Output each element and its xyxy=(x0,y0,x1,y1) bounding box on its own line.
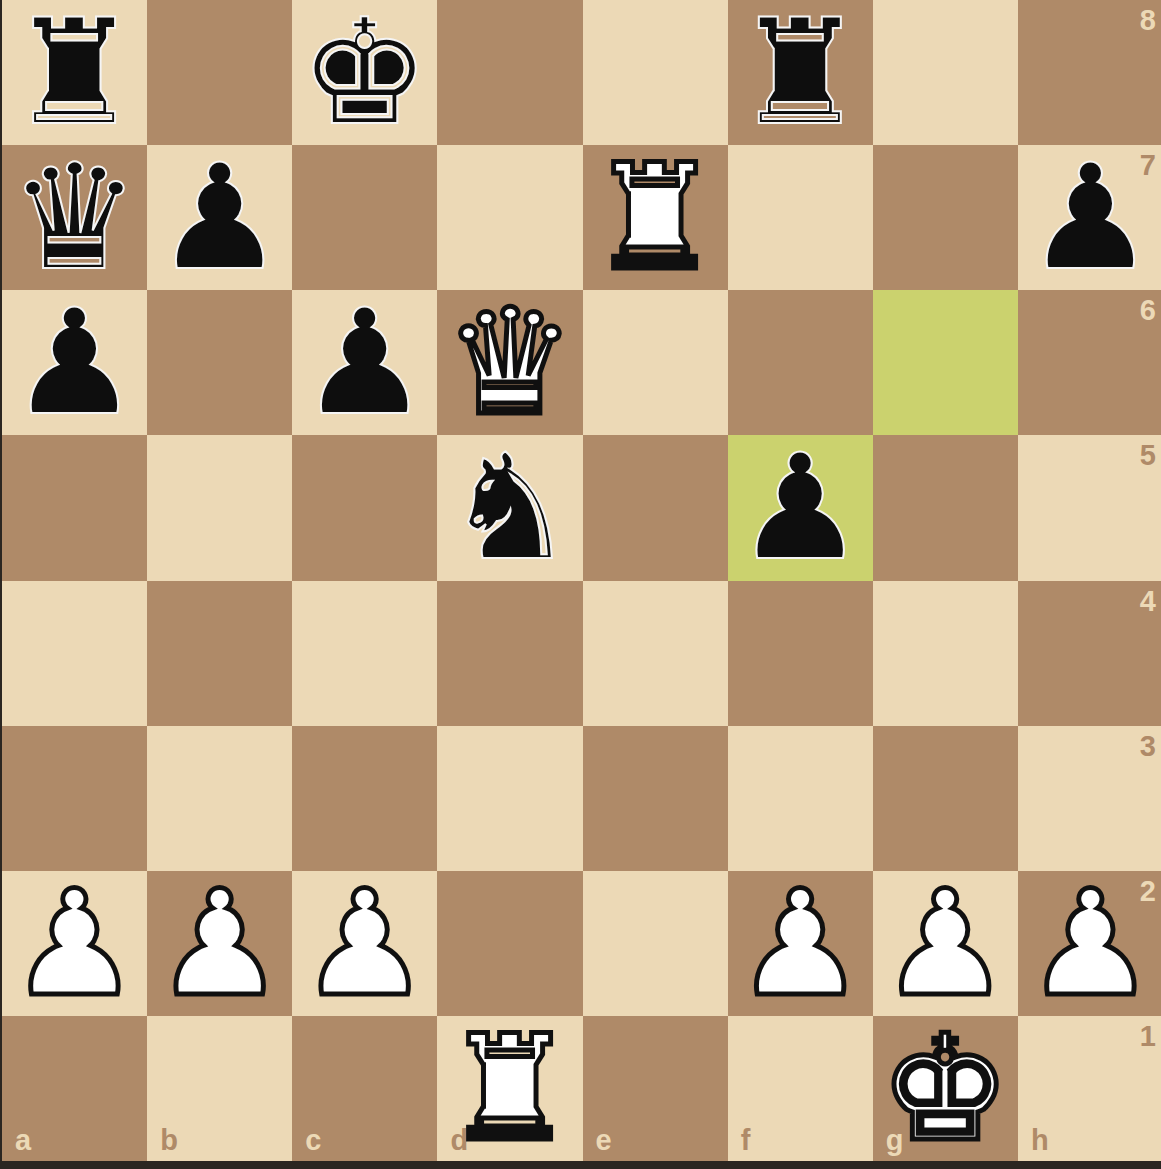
square-c1[interactable]: c xyxy=(292,1016,437,1161)
square-g6[interactable] xyxy=(873,290,1018,435)
rank-label-5: 5 xyxy=(1140,441,1156,470)
rank-label-4: 4 xyxy=(1140,587,1156,616)
black-king[interactable]: ♚ xyxy=(299,0,430,145)
square-b8[interactable] xyxy=(147,0,292,145)
square-f1[interactable]: f xyxy=(728,1016,873,1161)
square-f5[interactable]: ♟ xyxy=(728,435,873,580)
square-e4[interactable] xyxy=(583,581,728,726)
square-e1[interactable]: e xyxy=(583,1016,728,1161)
page-left-edge xyxy=(0,0,2,1169)
black-queen[interactable]: ♛ xyxy=(9,145,140,290)
square-e5[interactable] xyxy=(583,435,728,580)
square-d7[interactable] xyxy=(437,145,582,290)
square-d2[interactable] xyxy=(437,871,582,1016)
square-c6[interactable]: ♟ xyxy=(292,290,437,435)
square-f7[interactable] xyxy=(728,145,873,290)
white-pawn[interactable]: ♟ xyxy=(880,871,1011,1016)
square-c8[interactable]: ♚ xyxy=(292,0,437,145)
square-h6[interactable]: 6 xyxy=(1018,290,1161,435)
square-b1[interactable]: b xyxy=(147,1016,292,1161)
square-c3[interactable] xyxy=(292,726,437,871)
black-pawn[interactable]: ♟ xyxy=(9,290,140,435)
square-g7[interactable] xyxy=(873,145,1018,290)
square-h8[interactable]: 8 xyxy=(1018,0,1161,145)
white-rook[interactable]: ♜ xyxy=(590,145,721,290)
file-label-f: f xyxy=(741,1126,751,1155)
black-rook[interactable]: ♜ xyxy=(735,0,866,145)
square-d4[interactable] xyxy=(437,581,582,726)
file-label-a: a xyxy=(15,1126,31,1155)
square-g4[interactable] xyxy=(873,581,1018,726)
rank-label-8: 8 xyxy=(1140,6,1156,35)
square-c7[interactable] xyxy=(292,145,437,290)
rank-label-3: 3 xyxy=(1140,732,1156,761)
white-pawn[interactable]: ♟ xyxy=(154,871,285,1016)
black-rook[interactable]: ♜ xyxy=(9,0,140,145)
square-a5[interactable] xyxy=(2,435,147,580)
black-pawn[interactable]: ♟ xyxy=(154,145,285,290)
square-e7[interactable]: ♜ xyxy=(583,145,728,290)
square-a7[interactable]: ♛ xyxy=(2,145,147,290)
white-rook[interactable]: ♜ xyxy=(444,1016,575,1161)
white-queen[interactable]: ♛ xyxy=(444,290,575,435)
square-d6[interactable]: ♛ xyxy=(437,290,582,435)
square-b4[interactable] xyxy=(147,581,292,726)
square-a2[interactable]: ♟ xyxy=(2,871,147,1016)
square-d3[interactable] xyxy=(437,726,582,871)
square-d1[interactable]: ♜d xyxy=(437,1016,582,1161)
square-f2[interactable]: ♟ xyxy=(728,871,873,1016)
square-h2[interactable]: ♟2 xyxy=(1018,871,1161,1016)
white-pawn[interactable]: ♟ xyxy=(735,871,866,1016)
square-c2[interactable]: ♟ xyxy=(292,871,437,1016)
square-f4[interactable] xyxy=(728,581,873,726)
chess-board: ♜♚♜8♛♟♜♟7♟♟♛6♞♟543♟♟♟♟♟♟2abc♜def♚g1h xyxy=(2,0,1161,1161)
square-e3[interactable] xyxy=(583,726,728,871)
black-pawn[interactable]: ♟ xyxy=(1025,145,1156,290)
square-b5[interactable] xyxy=(147,435,292,580)
square-h4[interactable]: 4 xyxy=(1018,581,1161,726)
white-pawn[interactable]: ♟ xyxy=(299,871,430,1016)
square-c5[interactable] xyxy=(292,435,437,580)
square-h5[interactable]: 5 xyxy=(1018,435,1161,580)
square-f3[interactable] xyxy=(728,726,873,871)
file-label-c: c xyxy=(305,1126,321,1155)
square-a8[interactable]: ♜ xyxy=(2,0,147,145)
square-d5[interactable]: ♞ xyxy=(437,435,582,580)
square-c4[interactable] xyxy=(292,581,437,726)
square-e8[interactable] xyxy=(583,0,728,145)
square-a1[interactable]: a xyxy=(2,1016,147,1161)
file-label-e: e xyxy=(596,1126,612,1155)
black-pawn[interactable]: ♟ xyxy=(735,435,866,580)
square-e6[interactable] xyxy=(583,290,728,435)
white-king[interactable]: ♚ xyxy=(880,1016,1011,1161)
white-pawn[interactable]: ♟ xyxy=(9,871,140,1016)
file-label-h: h xyxy=(1031,1126,1049,1155)
square-a3[interactable] xyxy=(2,726,147,871)
square-b2[interactable]: ♟ xyxy=(147,871,292,1016)
square-g2[interactable]: ♟ xyxy=(873,871,1018,1016)
square-g3[interactable] xyxy=(873,726,1018,871)
square-f8[interactable]: ♜ xyxy=(728,0,873,145)
black-pawn[interactable]: ♟ xyxy=(299,290,430,435)
square-b3[interactable] xyxy=(147,726,292,871)
square-h7[interactable]: ♟7 xyxy=(1018,145,1161,290)
square-h1[interactable]: 1h xyxy=(1018,1016,1161,1161)
square-f6[interactable] xyxy=(728,290,873,435)
square-g5[interactable] xyxy=(873,435,1018,580)
square-d8[interactable] xyxy=(437,0,582,145)
white-pawn[interactable]: ♟ xyxy=(1025,871,1156,1016)
square-b6[interactable] xyxy=(147,290,292,435)
square-a4[interactable] xyxy=(2,581,147,726)
square-e2[interactable] xyxy=(583,871,728,1016)
square-a6[interactable]: ♟ xyxy=(2,290,147,435)
page-bottom-bar xyxy=(0,1161,1161,1169)
file-label-b: b xyxy=(160,1126,178,1155)
square-h3[interactable]: 3 xyxy=(1018,726,1161,871)
black-knight[interactable]: ♞ xyxy=(444,435,575,580)
square-g8[interactable] xyxy=(873,0,1018,145)
square-g1[interactable]: ♚g xyxy=(873,1016,1018,1161)
square-b7[interactable]: ♟ xyxy=(147,145,292,290)
